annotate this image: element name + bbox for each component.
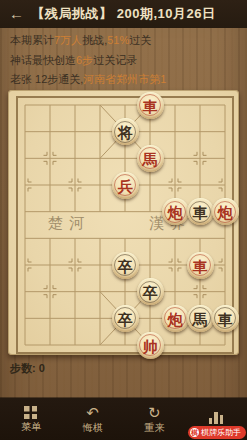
bar-chart-icon	[209, 411, 224, 424]
back-arrow-icon[interactable]: ←	[9, 4, 24, 24]
record-steps: 6步	[76, 54, 93, 66]
app-screen: ← 【残局挑战】 200期,10月26日 本期累计7万人挑战,51%过关 神话最…	[0, 0, 247, 440]
piece-black-chariot[interactable]: 車	[187, 198, 214, 225]
stats-line-participation: 本期累计7万人挑战,51%过关	[10, 31, 240, 51]
watermark-logo-icon: 棋	[190, 428, 199, 437]
piece-red-chariot[interactable]: 車	[187, 252, 214, 279]
piece-black-chariot[interactable]: 車	[212, 305, 239, 332]
piece-red-chariot[interactable]: 車	[137, 92, 164, 119]
piece-black-pawn[interactable]: 卒	[112, 305, 139, 332]
step-counter-label: 步数:	[10, 362, 36, 374]
piece-red-cannon[interactable]: 炮	[162, 305, 189, 332]
step-counter-value: 0	[39, 362, 45, 374]
nav-restart-button[interactable]: ↻ 重来	[124, 398, 186, 440]
piece-black-pawn[interactable]: 卒	[112, 252, 139, 279]
piece-black-horse[interactable]: 馬	[187, 305, 214, 332]
piece-red-cannon[interactable]: 炮	[162, 198, 189, 225]
challenge-stats: 本期累计7万人挑战,51%过关 神话最快创造6步过关记录 老张 12步通关,河南…	[10, 31, 240, 90]
participants-count: 7万人	[54, 34, 82, 46]
piece-red-general[interactable]: 帅	[137, 332, 164, 359]
page-title: 【残局挑战】 200期,10月26日	[32, 5, 216, 23]
title-bar: ← 【残局挑战】 200期,10月26日	[0, 0, 247, 28]
watermark-badge: 棋 棋牌乐助手	[188, 426, 246, 439]
undo-arrow-icon: ↶	[86, 406, 99, 420]
region-rank: 河南省郑州市第1	[83, 73, 166, 85]
piece-red-horse[interactable]: 馬	[137, 145, 164, 172]
watermark-text: 棋牌乐助手	[201, 426, 241, 439]
stats-line-rank: 老张 12步通关,河南省郑州市第1	[10, 70, 240, 90]
piece-black-general[interactable]: 将	[112, 118, 139, 145]
pass-rate: 51%	[107, 34, 129, 46]
xiangqi-board[interactable]: 楚河 漢界 車将馬兵炮車炮卒車卒卒炮馬車帅	[8, 90, 239, 355]
piece-red-pawn[interactable]: 兵	[112, 172, 139, 199]
nav-menu-button[interactable]: 菜单	[0, 398, 62, 440]
stats-line-record: 神话最快创造6步过关记录	[10, 51, 240, 71]
restart-arrow-icon: ↻	[148, 406, 161, 420]
step-counter: 步数: 0	[10, 361, 45, 376]
piece-red-cannon[interactable]: 炮	[212, 198, 239, 225]
nav-undo-button[interactable]: ↶ 悔棋	[62, 398, 124, 440]
piece-black-pawn[interactable]: 卒	[137, 278, 164, 305]
grid-menu-icon	[24, 406, 37, 419]
